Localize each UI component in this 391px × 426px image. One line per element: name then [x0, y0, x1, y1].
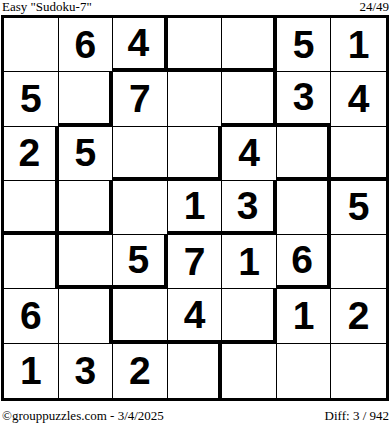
cell-r7c1[interactable]: 1 — [4, 344, 59, 398]
cell-r1c4[interactable] — [168, 18, 223, 72]
given-digit: 5 — [75, 131, 97, 175]
cell-r6c5[interactable] — [222, 289, 277, 343]
cell-r3c7[interactable] — [331, 127, 386, 181]
cell-r6c7[interactable]: 2 — [331, 289, 386, 343]
cell-r5c3[interactable]: 5 — [113, 235, 168, 289]
given-digit: 5 — [128, 238, 150, 282]
cell-r1c5[interactable] — [222, 18, 277, 72]
cell-r1c6[interactable]: 5 — [277, 18, 332, 72]
cell-r4c2[interactable] — [59, 181, 114, 235]
given-digit: 6 — [291, 238, 313, 282]
footer-difficulty: Diff: 3 / 942 — [325, 408, 389, 423]
footer-copyright-date: ©grouppuzzles.com - 3/4/2025 — [2, 408, 164, 423]
cell-r3c5[interactable]: 4 — [222, 127, 277, 181]
sudoku-board: 6451573425413557166412132 — [1, 15, 389, 401]
given-digit: 3 — [75, 349, 97, 393]
given-digit: 7 — [184, 240, 206, 284]
puzzle-counter: 24/49 — [359, 0, 389, 14]
cell-r6c1[interactable]: 6 — [4, 289, 59, 343]
cell-r2c1[interactable]: 5 — [4, 72, 59, 126]
cell-r7c7[interactable] — [331, 344, 386, 398]
cell-r5c6[interactable]: 6 — [277, 235, 332, 289]
cell-r2c6[interactable]: 3 — [277, 72, 332, 126]
cell-r5c7[interactable] — [331, 235, 386, 289]
cell-r4c7[interactable]: 5 — [331, 181, 386, 235]
given-digit: 2 — [348, 294, 370, 338]
header: Easy "Sudoku-7" 24/49 — [2, 0, 389, 14]
cell-r3c4[interactable] — [168, 127, 223, 181]
given-digit: 5 — [348, 185, 370, 229]
sudoku-page: Easy "Sudoku-7" 24/49 645157342541355716… — [0, 0, 391, 426]
given-digit: 1 — [238, 240, 260, 284]
cell-r6c3[interactable] — [113, 289, 168, 343]
cell-r2c7[interactable]: 4 — [331, 72, 386, 126]
given-digit: 2 — [129, 349, 151, 393]
cell-r7c5[interactable] — [222, 344, 277, 398]
cell-r5c5[interactable]: 1 — [222, 235, 277, 289]
given-digit: 2 — [18, 131, 40, 175]
given-digit: 6 — [75, 23, 97, 67]
puzzle-title: Easy "Sudoku-7" — [2, 0, 92, 14]
given-digit: 3 — [293, 75, 315, 119]
cell-r4c6[interactable] — [277, 181, 332, 235]
given-digit: 4 — [238, 131, 260, 175]
cell-r5c2[interactable] — [59, 235, 114, 289]
given-digit: 1 — [20, 349, 42, 393]
cell-r2c5[interactable] — [222, 72, 277, 126]
cell-r1c2[interactable]: 6 — [59, 18, 114, 72]
cell-r4c1[interactable] — [4, 181, 59, 235]
cell-r5c4[interactable]: 7 — [168, 235, 223, 289]
cell-r1c1[interactable] — [4, 18, 59, 72]
cell-r6c2[interactable] — [59, 289, 114, 343]
given-digit: 7 — [129, 77, 151, 121]
cell-r6c4[interactable]: 4 — [168, 289, 223, 343]
footer: ©grouppuzzles.com - 3/4/2025 Diff: 3 / 9… — [2, 408, 389, 423]
given-digit: 5 — [293, 23, 315, 67]
cell-r1c3[interactable]: 4 — [113, 18, 168, 72]
cell-r2c4[interactable] — [168, 72, 223, 126]
cell-r3c3[interactable] — [113, 127, 168, 181]
given-digit: 3 — [237, 184, 259, 228]
cell-r7c4[interactable] — [168, 344, 223, 398]
cell-r7c3[interactable]: 2 — [113, 344, 168, 398]
cell-r7c2[interactable]: 3 — [59, 344, 114, 398]
cell-r4c4[interactable]: 1 — [168, 181, 223, 235]
cell-r3c2[interactable]: 5 — [59, 127, 114, 181]
given-digit: 4 — [184, 293, 206, 337]
given-digit: 4 — [128, 21, 150, 65]
cell-r4c3[interactable] — [113, 181, 168, 235]
given-digit: 1 — [348, 23, 370, 67]
cell-r5c1[interactable] — [4, 235, 59, 289]
given-digit: 1 — [184, 184, 206, 228]
cell-r4c5[interactable]: 3 — [222, 181, 277, 235]
cell-r1c7[interactable]: 1 — [331, 18, 386, 72]
cell-r3c1[interactable]: 2 — [4, 127, 59, 181]
given-digit: 6 — [20, 294, 42, 338]
given-digit: 4 — [348, 77, 370, 121]
cell-r3c6[interactable] — [277, 127, 332, 181]
cell-r6c6[interactable]: 1 — [277, 289, 332, 343]
cell-r2c3[interactable]: 7 — [113, 72, 168, 126]
cell-r2c2[interactable] — [59, 72, 114, 126]
given-digit: 5 — [20, 77, 42, 121]
given-digit: 1 — [293, 294, 315, 338]
cell-r7c6[interactable] — [277, 344, 332, 398]
